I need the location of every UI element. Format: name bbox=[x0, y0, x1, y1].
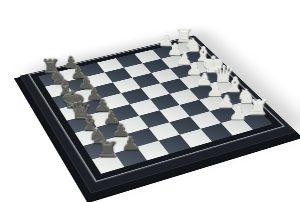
white-pawn-a2: ♟ bbox=[214, 99, 263, 126]
black-rook-a8: ♜ bbox=[81, 135, 132, 163]
chess-scene: ♜♞♝♛♚♝♞♜♟♟♟♟♟♟♟♟♟♟♟♟♟♟♟♟♜♞♝♛♚♝♞♜ bbox=[0, 0, 300, 202]
product-photo: ♜♞♝♛♚♝♞♜♟♟♟♟♟♟♟♟♟♟♟♟♟♟♟♟♜♞♝♛♚♝♞♜ bbox=[0, 0, 300, 202]
chess-board: ♜♞♝♛♚♝♞♜♟♟♟♟♟♟♟♟♟♟♟♟♟♟♟♟♜♞♝♛♚♝♞♜ bbox=[30, 37, 283, 180]
